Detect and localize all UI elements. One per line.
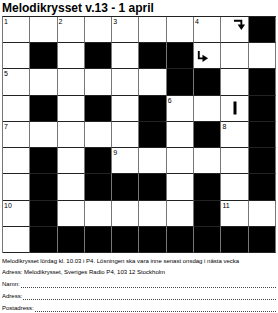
crossword-grid: 1234567891011 bbox=[2, 16, 276, 253]
cell-r2c8[interactable] bbox=[194, 43, 221, 69]
cell-r3c1[interactable]: 5 bbox=[3, 69, 30, 95]
cell-r6c3[interactable] bbox=[58, 148, 85, 174]
cell-r2c3[interactable] bbox=[58, 43, 85, 69]
clue-number: 7 bbox=[4, 122, 8, 131]
cell-r7c9[interactable] bbox=[221, 174, 248, 200]
cell-r8c10[interactable] bbox=[249, 201, 276, 227]
cell-r4c4 bbox=[85, 96, 112, 122]
cell-r9c10 bbox=[249, 227, 276, 253]
cell-r2c10[interactable] bbox=[249, 43, 276, 69]
cell-r7c5 bbox=[112, 174, 139, 200]
form-field-adress: Adress: bbox=[2, 293, 276, 300]
cell-r2c9[interactable] bbox=[221, 43, 248, 69]
cell-r8c7[interactable] bbox=[167, 201, 194, 227]
cell-r5c1[interactable]: 7 bbox=[3, 122, 30, 148]
cell-r4c9[interactable] bbox=[221, 96, 248, 122]
cell-r6c10 bbox=[249, 148, 276, 174]
cell-r4c10 bbox=[249, 96, 276, 122]
cell-r2c5[interactable] bbox=[112, 43, 139, 69]
form-field-postadress: Postadress: bbox=[2, 305, 276, 312]
footer-address-text: Adress: Melodikrysset, Sveriges Radio P4… bbox=[2, 269, 276, 276]
cell-r1c5[interactable]: 3 bbox=[112, 17, 139, 43]
cell-r7c2 bbox=[30, 174, 57, 200]
cell-r4c2 bbox=[30, 96, 57, 122]
cell-r2c4 bbox=[85, 43, 112, 69]
clue-number: 8 bbox=[222, 122, 226, 131]
cell-r3c9[interactable] bbox=[221, 69, 248, 95]
cell-r1c9[interactable] bbox=[221, 17, 248, 43]
cell-r6c7[interactable] bbox=[167, 148, 194, 174]
cell-r5c4[interactable] bbox=[85, 122, 112, 148]
cell-r7c8 bbox=[194, 174, 221, 200]
form-line-postadress[interactable] bbox=[35, 305, 276, 312]
cell-r4c5[interactable] bbox=[112, 96, 139, 122]
cell-r4c1[interactable] bbox=[3, 96, 30, 122]
cell-r5c7[interactable] bbox=[167, 122, 194, 148]
clue-number: 11 bbox=[222, 201, 229, 210]
cell-r1c2[interactable] bbox=[30, 17, 57, 43]
cell-r6c4 bbox=[85, 148, 112, 174]
cell-r3c6[interactable] bbox=[139, 69, 166, 95]
cell-r9c9 bbox=[221, 227, 248, 253]
cell-r2c1[interactable] bbox=[3, 43, 30, 69]
cell-r9c4 bbox=[85, 227, 112, 253]
cell-r6c2 bbox=[30, 148, 57, 174]
cell-r8c4[interactable] bbox=[85, 201, 112, 227]
clue-number: 2 bbox=[59, 17, 63, 26]
cell-r4c7[interactable]: 6 bbox=[167, 96, 194, 122]
cell-r9c2 bbox=[30, 227, 57, 253]
cell-r4c3[interactable] bbox=[58, 96, 85, 122]
cell-r7c1[interactable] bbox=[3, 174, 30, 200]
clue-number: 5 bbox=[4, 69, 8, 78]
cell-r3c5[interactable] bbox=[112, 69, 139, 95]
cell-r5c2[interactable] bbox=[30, 122, 57, 148]
cell-r2c7 bbox=[167, 43, 194, 69]
cell-r5c5[interactable] bbox=[112, 122, 139, 148]
page-title: Melodikrysset v.13 - 1 april bbox=[2, 2, 278, 15]
cell-r5c3[interactable] bbox=[58, 122, 85, 148]
cell-r9c5 bbox=[112, 227, 139, 253]
cell-r6c6[interactable] bbox=[139, 148, 166, 174]
cell-r8c9[interactable]: 11 bbox=[221, 201, 248, 227]
cell-r1c10 bbox=[249, 17, 276, 43]
cell-r8c1[interactable]: 10 bbox=[3, 201, 30, 227]
cell-r8c2 bbox=[30, 201, 57, 227]
clue-number: 4 bbox=[195, 17, 199, 26]
cell-r6c1[interactable] bbox=[3, 148, 30, 174]
cell-r7c3[interactable] bbox=[58, 174, 85, 200]
cell-r1c7[interactable] bbox=[167, 17, 194, 43]
cell-r9c6 bbox=[139, 227, 166, 253]
cell-r1c6[interactable] bbox=[139, 17, 166, 43]
cell-r1c4[interactable] bbox=[85, 17, 112, 43]
form-label-namn: Namn: bbox=[2, 281, 20, 288]
form-label-postadress: Postadress: bbox=[2, 305, 34, 312]
clue-number: 9 bbox=[113, 148, 117, 157]
form-field-namn: Namn: bbox=[2, 281, 276, 288]
cell-r1c8[interactable]: 4 bbox=[194, 17, 221, 43]
cell-r8c5[interactable] bbox=[112, 201, 139, 227]
cell-r5c6 bbox=[139, 122, 166, 148]
clue-number: 6 bbox=[168, 96, 172, 105]
cell-r9c8 bbox=[194, 227, 221, 253]
clue-number: 1 bbox=[4, 17, 8, 26]
cell-r5c9[interactable]: 8 bbox=[221, 122, 248, 148]
cell-r6c8[interactable] bbox=[194, 148, 221, 174]
form-line-namn[interactable] bbox=[21, 281, 276, 288]
cell-r3c3[interactable] bbox=[58, 69, 85, 95]
page: Melodikrysset v.13 - 1 april 12345678910… bbox=[0, 0, 278, 313]
cell-r3c10 bbox=[249, 69, 276, 95]
cell-r9c1[interactable] bbox=[3, 227, 30, 253]
clue-number: 3 bbox=[113, 17, 117, 26]
cell-r9c3 bbox=[58, 227, 85, 253]
cell-r4c8[interactable] bbox=[194, 96, 221, 122]
cell-r2c2 bbox=[30, 43, 57, 69]
footer-info-text: Melodikrysset lördag kl. 10.03 i P4. Lös… bbox=[2, 258, 276, 265]
cell-r7c6 bbox=[139, 174, 166, 200]
arrow-turn-down-icon bbox=[233, 18, 246, 31]
cell-r3c7 bbox=[167, 69, 194, 95]
cell-r7c7[interactable] bbox=[167, 174, 194, 200]
clue-number: 10 bbox=[4, 201, 12, 210]
cell-r3c2[interactable] bbox=[30, 69, 57, 95]
vertical-bar-icon bbox=[233, 102, 236, 115]
cell-r3c8 bbox=[194, 69, 221, 95]
cell-r4c6 bbox=[139, 96, 166, 122]
cell-r2c6 bbox=[139, 43, 166, 69]
cell-r7c10 bbox=[249, 174, 276, 200]
arrow-turn-right-icon bbox=[196, 50, 209, 63]
cell-r5c10 bbox=[249, 122, 276, 148]
footer: Melodikrysset lördag kl. 10.03 i P4. Lös… bbox=[2, 258, 276, 312]
cell-r3c4[interactable] bbox=[85, 69, 112, 95]
cell-r6c5[interactable]: 9 bbox=[112, 148, 139, 174]
cell-r8c6[interactable] bbox=[139, 201, 166, 227]
cell-r6c9[interactable] bbox=[221, 148, 248, 174]
form-label-adress: Adress: bbox=[2, 293, 22, 300]
form-line-adress[interactable] bbox=[23, 293, 276, 300]
cell-r9c7 bbox=[167, 227, 194, 253]
cell-r1c3[interactable]: 2 bbox=[58, 17, 85, 43]
cell-r5c8 bbox=[194, 122, 221, 148]
cell-r8c3[interactable] bbox=[58, 201, 85, 227]
cell-r1c1[interactable]: 1 bbox=[3, 17, 30, 43]
cell-r7c4 bbox=[85, 174, 112, 200]
cell-r8c8 bbox=[194, 201, 221, 227]
